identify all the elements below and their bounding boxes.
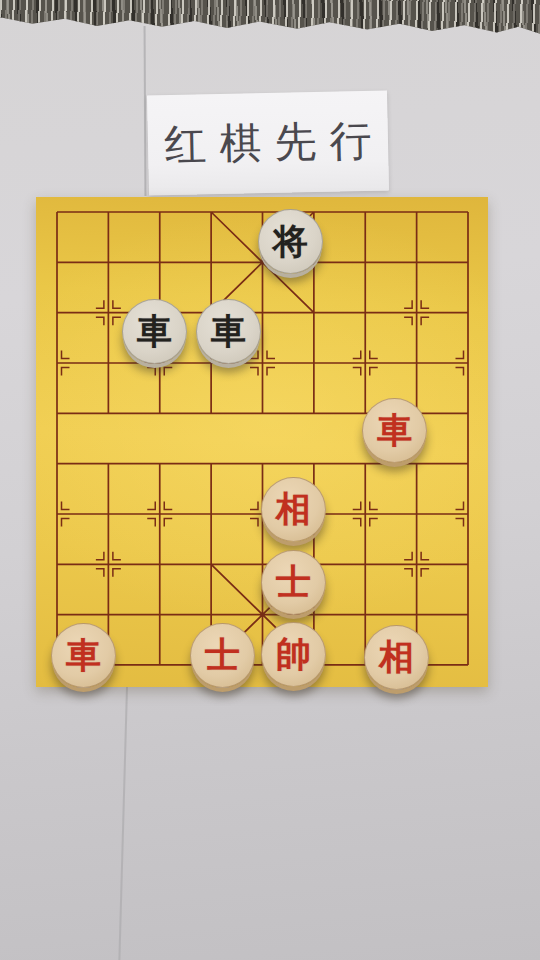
- note-text: 红棋先行: [151, 113, 385, 174]
- red-advisor[interactable]: 士: [190, 623, 255, 688]
- black-chariot[interactable]: 車: [196, 299, 261, 364]
- red-elephant[interactable]: 相: [261, 477, 326, 542]
- tile-seam-bottom: [118, 687, 128, 960]
- tile-seam-top: [144, 26, 147, 196]
- piece-glyph: 車: [66, 624, 101, 687]
- piece-glyph: 将: [273, 210, 308, 273]
- red-advisor[interactable]: 士: [261, 550, 326, 615]
- piece-glyph: 士: [205, 624, 240, 687]
- piece-glyph: 車: [137, 300, 172, 363]
- piece-glyph: 車: [211, 300, 246, 363]
- piece-glyph: 帥: [276, 623, 311, 686]
- black-chariot[interactable]: 車: [122, 299, 187, 364]
- red-chariot[interactable]: 車: [362, 398, 427, 463]
- piece-glyph: 相: [276, 478, 311, 541]
- red-chariot[interactable]: 車: [51, 623, 116, 688]
- piece-glyph: 車: [377, 399, 412, 462]
- xiangqi-board: 将車車車相士車士帥相: [36, 197, 488, 687]
- carpet-edge: [0, 0, 540, 36]
- red-elephant[interactable]: 相: [364, 625, 429, 690]
- scene: 红棋先行 将車車車相士車士帥相: [0, 0, 540, 960]
- black-general[interactable]: 将: [258, 209, 323, 274]
- piece-glyph: 士: [276, 551, 311, 614]
- note-paper: 红棋先行: [147, 90, 389, 195]
- piece-layer: 将車車車相士車士帥相: [31, 187, 493, 690]
- red-general[interactable]: 帥: [261, 622, 326, 687]
- piece-glyph: 相: [379, 626, 414, 689]
